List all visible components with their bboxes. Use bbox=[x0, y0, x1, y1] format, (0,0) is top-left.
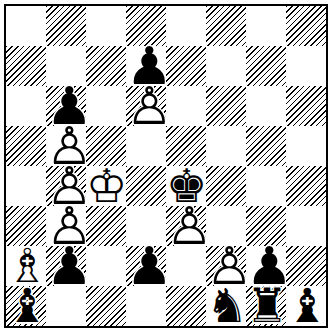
square-h2[interactable] bbox=[286, 246, 326, 286]
square-f3[interactable] bbox=[206, 206, 246, 246]
square-c7[interactable] bbox=[86, 46, 126, 86]
black-pawn: ♟♟ bbox=[126, 46, 166, 86]
black-bishop-glyph: ♝ bbox=[6, 286, 46, 326]
white-pawn-silhouette: ♟ bbox=[46, 166, 86, 206]
square-f8[interactable] bbox=[206, 6, 246, 46]
square-b4[interactable]: ♟♙ bbox=[46, 166, 86, 206]
black-king-silhouette: ♚ bbox=[166, 166, 206, 206]
square-d8[interactable] bbox=[126, 6, 166, 46]
white-pawn: ♟♙ bbox=[126, 86, 166, 126]
square-d7[interactable]: ♟♟ bbox=[126, 46, 166, 86]
square-d5[interactable] bbox=[126, 126, 166, 166]
square-h7[interactable] bbox=[286, 46, 326, 86]
black-bishop-silhouette: ♝ bbox=[6, 286, 46, 326]
square-g7[interactable] bbox=[246, 46, 286, 86]
white-pawn: ♟♙ bbox=[46, 206, 86, 246]
square-f5[interactable] bbox=[206, 126, 246, 166]
square-d1[interactable] bbox=[126, 286, 166, 326]
square-f6[interactable] bbox=[206, 86, 246, 126]
black-pawn: ♟♟ bbox=[46, 246, 86, 286]
black-pawn: ♟♟ bbox=[46, 86, 86, 126]
black-pawn-glyph: ♟ bbox=[246, 246, 286, 286]
square-a4[interactable] bbox=[6, 166, 46, 206]
square-a7[interactable] bbox=[6, 46, 46, 86]
square-g4[interactable] bbox=[246, 166, 286, 206]
black-pawn-silhouette: ♟ bbox=[126, 46, 166, 86]
square-h5[interactable] bbox=[286, 126, 326, 166]
white-king-glyph: ♔ bbox=[86, 166, 126, 206]
black-knight-silhouette: ♞ bbox=[206, 286, 246, 326]
black-bishop-silhouette: ♝ bbox=[286, 286, 326, 326]
square-b2[interactable]: ♟♟ bbox=[46, 246, 86, 286]
square-e3[interactable]: ♟♙ bbox=[166, 206, 206, 246]
black-king: ♚♚ bbox=[166, 166, 206, 206]
square-b6[interactable]: ♟♟ bbox=[46, 86, 86, 126]
black-bishop-glyph: ♝ bbox=[286, 286, 326, 326]
black-pawn-glyph: ♟ bbox=[126, 246, 166, 286]
white-bishop-glyph: ♗ bbox=[6, 246, 46, 286]
white-pawn-glyph: ♙ bbox=[206, 246, 246, 286]
square-h4[interactable] bbox=[286, 166, 326, 206]
square-f7[interactable] bbox=[206, 46, 246, 86]
square-h8[interactable] bbox=[286, 6, 326, 46]
black-bishop: ♝♝ bbox=[286, 286, 326, 326]
square-a2[interactable]: ♝♗ bbox=[6, 246, 46, 286]
black-pawn-glyph: ♟ bbox=[46, 246, 86, 286]
white-king-silhouette: ♚ bbox=[86, 166, 126, 206]
square-a1[interactable]: ♝♝ bbox=[6, 286, 46, 326]
black-bishop: ♝♝ bbox=[6, 286, 46, 326]
square-e7[interactable] bbox=[166, 46, 206, 86]
black-pawn: ♟♟ bbox=[126, 246, 166, 286]
square-h3[interactable] bbox=[286, 206, 326, 246]
square-g5[interactable] bbox=[246, 126, 286, 166]
square-d6[interactable]: ♟♙ bbox=[126, 86, 166, 126]
white-pawn: ♟♙ bbox=[166, 206, 206, 246]
black-king-glyph: ♚ bbox=[166, 166, 206, 206]
white-pawn: ♟♙ bbox=[206, 246, 246, 286]
white-pawn-silhouette: ♟ bbox=[46, 126, 86, 166]
white-pawn-glyph: ♙ bbox=[126, 86, 166, 126]
black-pawn-silhouette: ♟ bbox=[46, 246, 86, 286]
white-pawn-silhouette: ♟ bbox=[126, 86, 166, 126]
white-king: ♚♔ bbox=[86, 166, 126, 206]
square-e2[interactable] bbox=[166, 246, 206, 286]
white-pawn-silhouette: ♟ bbox=[166, 206, 206, 246]
white-pawn-glyph: ♙ bbox=[166, 206, 206, 246]
square-f2[interactable]: ♟♙ bbox=[206, 246, 246, 286]
square-b3[interactable]: ♟♙ bbox=[46, 206, 86, 246]
white-pawn-silhouette: ♟ bbox=[206, 246, 246, 286]
square-a5[interactable] bbox=[6, 126, 46, 166]
square-g1[interactable]: ♜♜ bbox=[246, 286, 286, 326]
white-pawn-glyph: ♙ bbox=[46, 126, 86, 166]
square-h1[interactable]: ♝♝ bbox=[286, 286, 326, 326]
square-d4[interactable] bbox=[126, 166, 166, 206]
square-a6[interactable] bbox=[6, 86, 46, 126]
square-e4[interactable]: ♚♚ bbox=[166, 166, 206, 206]
square-a8[interactable] bbox=[6, 6, 46, 46]
black-rook: ♜♜ bbox=[246, 286, 286, 326]
black-knight: ♞♞ bbox=[206, 286, 246, 326]
square-f4[interactable] bbox=[206, 166, 246, 206]
square-g8[interactable] bbox=[246, 6, 286, 46]
black-pawn-silhouette: ♟ bbox=[46, 86, 86, 126]
white-bishop-silhouette: ♝ bbox=[6, 246, 46, 286]
black-pawn-silhouette: ♟ bbox=[246, 246, 286, 286]
white-pawn-silhouette: ♟ bbox=[46, 206, 86, 246]
square-g3[interactable] bbox=[246, 206, 286, 246]
square-e6[interactable] bbox=[166, 86, 206, 126]
square-c4[interactable]: ♚♔ bbox=[86, 166, 126, 206]
chess-diagram: ♟♟♟♟♟♙♟♙♟♙♚♔♚♚♟♙♟♙♝♗♟♟♟♟♟♙♟♟♝♝♞♞♜♜♝♝ bbox=[0, 0, 332, 332]
square-a3[interactable] bbox=[6, 206, 46, 246]
black-rook-glyph: ♜ bbox=[246, 286, 286, 326]
square-f1[interactable]: ♞♞ bbox=[206, 286, 246, 326]
square-e1[interactable] bbox=[166, 286, 206, 326]
square-b7[interactable] bbox=[46, 46, 86, 86]
white-pawn: ♟♙ bbox=[46, 166, 86, 206]
square-g6[interactable] bbox=[246, 86, 286, 126]
square-b5[interactable]: ♟♙ bbox=[46, 126, 86, 166]
square-c1[interactable] bbox=[86, 286, 126, 326]
chess-board: ♟♟♟♟♟♙♟♙♟♙♚♔♚♚♟♙♟♙♝♗♟♟♟♟♟♙♟♟♝♝♞♞♜♜♝♝ bbox=[6, 6, 326, 326]
square-c8[interactable] bbox=[86, 6, 126, 46]
square-c5[interactable] bbox=[86, 126, 126, 166]
black-pawn-glyph: ♟ bbox=[46, 86, 86, 126]
square-e5[interactable] bbox=[166, 126, 206, 166]
square-b1[interactable] bbox=[46, 286, 86, 326]
black-pawn-silhouette: ♟ bbox=[126, 246, 166, 286]
square-b8[interactable] bbox=[46, 6, 86, 46]
square-c2[interactable] bbox=[86, 246, 126, 286]
black-rook-silhouette: ♜ bbox=[246, 286, 286, 326]
white-pawn-glyph: ♙ bbox=[46, 166, 86, 206]
square-h6[interactable] bbox=[286, 86, 326, 126]
white-pawn: ♟♙ bbox=[46, 126, 86, 166]
square-d2[interactable]: ♟♟ bbox=[126, 246, 166, 286]
black-knight-glyph: ♞ bbox=[206, 286, 246, 326]
square-e8[interactable] bbox=[166, 6, 206, 46]
square-c3[interactable] bbox=[86, 206, 126, 246]
black-pawn-glyph: ♟ bbox=[126, 46, 166, 86]
square-g2[interactable]: ♟♟ bbox=[246, 246, 286, 286]
square-d3[interactable] bbox=[126, 206, 166, 246]
white-pawn-glyph: ♙ bbox=[46, 206, 86, 246]
square-c6[interactable] bbox=[86, 86, 126, 126]
black-pawn: ♟♟ bbox=[246, 246, 286, 286]
white-bishop: ♝♗ bbox=[6, 246, 46, 286]
